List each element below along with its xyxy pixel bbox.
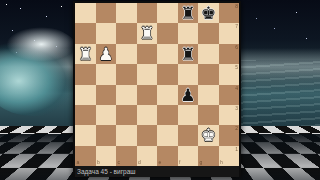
square-h4[interactable]: 4: [219, 85, 240, 105]
white-rook: ♜: [75, 44, 96, 64]
square-f3[interactable]: [178, 105, 199, 125]
square-e3[interactable]: [157, 105, 178, 125]
file-label-f: f: [179, 160, 180, 165]
square-d7[interactable]: ♜: [137, 23, 158, 43]
square-a2[interactable]: [75, 125, 96, 145]
square-b2[interactable]: [96, 125, 117, 145]
file-label-h: h: [220, 160, 223, 165]
square-e8[interactable]: [157, 3, 178, 23]
square-b4[interactable]: [96, 85, 117, 105]
square-a6[interactable]: ♜: [75, 44, 96, 64]
file-label-c: c: [118, 160, 121, 165]
square-e2[interactable]: [157, 125, 178, 145]
square-g5[interactable]: [198, 64, 219, 84]
square-g2[interactable]: ♚: [198, 125, 219, 145]
black-rook: ♜: [178, 44, 199, 64]
white-king: ♚: [198, 125, 219, 145]
rank-label-1: 1: [235, 147, 238, 152]
square-c7[interactable]: [116, 23, 137, 43]
square-c1[interactable]: c: [116, 146, 137, 166]
square-g4[interactable]: [198, 85, 219, 105]
square-a5[interactable]: [75, 64, 96, 84]
file-label-d: d: [138, 160, 141, 165]
square-h8[interactable]: 8: [219, 3, 240, 23]
square-b7[interactable]: [96, 23, 117, 43]
square-c4[interactable]: [116, 85, 137, 105]
square-a4[interactable]: [75, 85, 96, 105]
square-h3[interactable]: 3: [219, 105, 240, 125]
square-f6[interactable]: ♜: [178, 44, 199, 64]
square-h1[interactable]: 1h: [219, 146, 240, 166]
square-e6[interactable]: [157, 44, 178, 64]
square-a7[interactable]: [75, 23, 96, 43]
square-f2[interactable]: [178, 125, 199, 145]
square-f8[interactable]: ♜: [178, 3, 199, 23]
square-c8[interactable]: [116, 3, 137, 23]
square-f5[interactable]: [178, 64, 199, 84]
square-e4[interactable]: [157, 85, 178, 105]
square-b5[interactable]: [96, 64, 117, 84]
square-d2[interactable]: [137, 125, 158, 145]
square-d6[interactable]: [137, 44, 158, 64]
chess-board: ♜♚8♜7♜♟♜65♟43♚2abcdefg1h: [75, 3, 239, 166]
square-e7[interactable]: [157, 23, 178, 43]
square-g1[interactable]: g: [198, 146, 219, 166]
rank-label-4: 4: [235, 86, 238, 91]
square-g7[interactable]: [198, 23, 219, 43]
square-c5[interactable]: [116, 64, 137, 84]
square-e1[interactable]: e: [157, 146, 178, 166]
square-a1[interactable]: a: [75, 146, 96, 166]
square-h6[interactable]: 6: [219, 44, 240, 64]
square-f7[interactable]: [178, 23, 199, 43]
caption: Задача 45 - виграш: [75, 166, 239, 177]
rank-label-6: 6: [235, 45, 238, 50]
square-g3[interactable]: [198, 105, 219, 125]
square-g8[interactable]: ♚: [198, 3, 219, 23]
square-b8[interactable]: [96, 3, 117, 23]
square-g6[interactable]: [198, 44, 219, 64]
square-b3[interactable]: [96, 105, 117, 125]
file-label-e: e: [159, 160, 162, 165]
square-b1[interactable]: b: [96, 146, 117, 166]
square-d3[interactable]: [137, 105, 158, 125]
rank-label-8: 8: [235, 4, 238, 9]
square-c3[interactable]: [116, 105, 137, 125]
chess-diagram: ♜♚8♜7♜♟♜65♟43♚2abcdefg1h Задача 45 - виг…: [73, 1, 241, 177]
square-d1[interactable]: d: [137, 146, 158, 166]
black-pawn: ♟: [178, 85, 199, 105]
file-label-b: b: [97, 160, 100, 165]
file-label-a: a: [77, 160, 80, 165]
rank-label-5: 5: [235, 65, 238, 70]
square-f4[interactable]: ♟: [178, 85, 199, 105]
square-c6[interactable]: [116, 44, 137, 64]
square-d8[interactable]: [137, 3, 158, 23]
black-rook: ♜: [178, 3, 199, 23]
square-h2[interactable]: 2: [219, 125, 240, 145]
square-h5[interactable]: 5: [219, 64, 240, 84]
file-label-g: g: [200, 160, 203, 165]
rank-label-2: 2: [235, 126, 238, 131]
square-d5[interactable]: [137, 64, 158, 84]
square-a3[interactable]: [75, 105, 96, 125]
rank-label-3: 3: [235, 106, 238, 111]
square-e5[interactable]: [157, 64, 178, 84]
scene: ♜♚8♜7♜♟♜65♟43♚2abcdefg1h Задача 45 - виг…: [0, 0, 320, 180]
square-h7[interactable]: 7: [219, 23, 240, 43]
square-d4[interactable]: [137, 85, 158, 105]
black-king: ♚: [198, 3, 219, 23]
square-f1[interactable]: f: [178, 146, 199, 166]
square-b6[interactable]: ♟: [96, 44, 117, 64]
rank-label-7: 7: [235, 24, 238, 29]
square-c2[interactable]: [116, 125, 137, 145]
white-rook: ♜: [137, 23, 158, 43]
square-a8[interactable]: [75, 3, 96, 23]
white-pawn: ♟: [96, 44, 117, 64]
stars-decoration: [6, 4, 7, 5]
